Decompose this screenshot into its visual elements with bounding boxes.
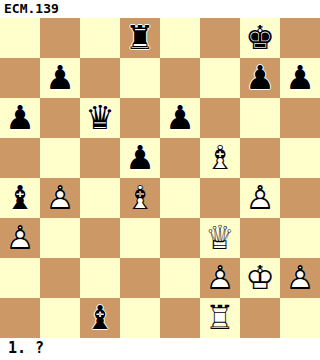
square-a2[interactable] (0, 258, 40, 298)
square-g2[interactable]: ♚♔ (240, 258, 280, 298)
black-king[interactable]: ♚ (240, 18, 280, 58)
black-pawn[interactable]: ♟ (120, 138, 160, 178)
white-queen[interactable]: ♛♕ (200, 218, 240, 258)
square-a4[interactable]: ♝ (0, 178, 40, 218)
square-g5[interactable] (240, 138, 280, 178)
square-b2[interactable] (40, 258, 80, 298)
square-d1[interactable] (120, 298, 160, 338)
square-f6[interactable] (200, 98, 240, 138)
square-g6[interactable] (240, 98, 280, 138)
square-f5[interactable]: ♝♗ (200, 138, 240, 178)
piece-outline: ♙ (240, 178, 280, 218)
square-h2[interactable]: ♟♙ (280, 258, 320, 298)
square-e5[interactable] (160, 138, 200, 178)
page-title: ECM.139 (0, 0, 320, 18)
square-d4[interactable]: ♝♗ (120, 178, 160, 218)
chess-board: ♜♚♟♟♟♟♛♟♟♝♗♝♟♙♝♗♟♙♟♙♛♕♟♙♚♔♟♙♝♜♖ (0, 18, 320, 338)
black-pawn[interactable]: ♟ (160, 98, 200, 138)
piece-outline: ♗ (200, 138, 240, 178)
black-rook[interactable]: ♜ (120, 18, 160, 58)
square-d6[interactable] (120, 98, 160, 138)
white-bishop[interactable]: ♝♗ (120, 178, 160, 218)
move-prompt: 1. ? (0, 338, 320, 360)
square-c1[interactable]: ♝ (80, 298, 120, 338)
piece-outline: ♙ (280, 258, 320, 298)
black-pawn[interactable]: ♟ (0, 98, 40, 138)
square-e4[interactable] (160, 178, 200, 218)
black-bishop[interactable]: ♝ (0, 178, 40, 218)
square-a6[interactable]: ♟ (0, 98, 40, 138)
square-e2[interactable] (160, 258, 200, 298)
square-d2[interactable] (120, 258, 160, 298)
piece-outline: ♗ (120, 178, 160, 218)
square-f8[interactable] (200, 18, 240, 58)
square-c4[interactable] (80, 178, 120, 218)
black-queen[interactable]: ♛ (80, 98, 120, 138)
square-a1[interactable] (0, 298, 40, 338)
square-f7[interactable] (200, 58, 240, 98)
white-pawn[interactable]: ♟♙ (200, 258, 240, 298)
square-g4[interactable]: ♟♙ (240, 178, 280, 218)
square-b1[interactable] (40, 298, 80, 338)
square-c7[interactable] (80, 58, 120, 98)
square-b4[interactable]: ♟♙ (40, 178, 80, 218)
white-pawn[interactable]: ♟♙ (40, 178, 80, 218)
square-c6[interactable]: ♛ (80, 98, 120, 138)
square-e8[interactable] (160, 18, 200, 58)
xboard-window: ECM.139 ♜♚♟♟♟♟♛♟♟♝♗♝♟♙♝♗♟♙♟♙♛♕♟♙♚♔♟♙♝♜♖ … (0, 0, 320, 360)
square-e6[interactable]: ♟ (160, 98, 200, 138)
white-rook[interactable]: ♜♖ (200, 298, 240, 338)
square-a8[interactable] (0, 18, 40, 58)
square-b8[interactable] (40, 18, 80, 58)
black-bishop[interactable]: ♝ (80, 298, 120, 338)
square-c8[interactable] (80, 18, 120, 58)
black-pawn[interactable]: ♟ (40, 58, 80, 98)
white-pawn[interactable]: ♟♙ (0, 218, 40, 258)
square-h3[interactable] (280, 218, 320, 258)
square-g7[interactable]: ♟ (240, 58, 280, 98)
square-f1[interactable]: ♜♖ (200, 298, 240, 338)
white-bishop[interactable]: ♝♗ (200, 138, 240, 178)
square-b3[interactable] (40, 218, 80, 258)
square-b7[interactable]: ♟ (40, 58, 80, 98)
square-h5[interactable] (280, 138, 320, 178)
black-pawn[interactable]: ♟ (240, 58, 280, 98)
square-a7[interactable] (0, 58, 40, 98)
square-g8[interactable]: ♚ (240, 18, 280, 58)
piece-outline: ♔ (240, 258, 280, 298)
white-pawn[interactable]: ♟♙ (280, 258, 320, 298)
square-f2[interactable]: ♟♙ (200, 258, 240, 298)
square-b5[interactable] (40, 138, 80, 178)
square-d8[interactable]: ♜ (120, 18, 160, 58)
square-g1[interactable] (240, 298, 280, 338)
square-c2[interactable] (80, 258, 120, 298)
square-h4[interactable] (280, 178, 320, 218)
square-b6[interactable] (40, 98, 80, 138)
piece-outline: ♕ (200, 218, 240, 258)
square-c3[interactable] (80, 218, 120, 258)
square-h1[interactable] (280, 298, 320, 338)
square-f4[interactable] (200, 178, 240, 218)
piece-outline: ♙ (40, 178, 80, 218)
square-h7[interactable]: ♟ (280, 58, 320, 98)
black-pawn[interactable]: ♟ (280, 58, 320, 98)
square-a3[interactable]: ♟♙ (0, 218, 40, 258)
square-d3[interactable] (120, 218, 160, 258)
square-a5[interactable] (0, 138, 40, 178)
square-e3[interactable] (160, 218, 200, 258)
white-king[interactable]: ♚♔ (240, 258, 280, 298)
square-g3[interactable] (240, 218, 280, 258)
white-pawn[interactable]: ♟♙ (240, 178, 280, 218)
square-c5[interactable] (80, 138, 120, 178)
piece-outline: ♙ (200, 258, 240, 298)
square-f3[interactable]: ♛♕ (200, 218, 240, 258)
square-h8[interactable] (280, 18, 320, 58)
square-h6[interactable] (280, 98, 320, 138)
square-e1[interactable] (160, 298, 200, 338)
piece-outline: ♖ (200, 298, 240, 338)
square-d5[interactable]: ♟ (120, 138, 160, 178)
piece-outline: ♙ (0, 218, 40, 258)
square-e7[interactable] (160, 58, 200, 98)
square-d7[interactable] (120, 58, 160, 98)
